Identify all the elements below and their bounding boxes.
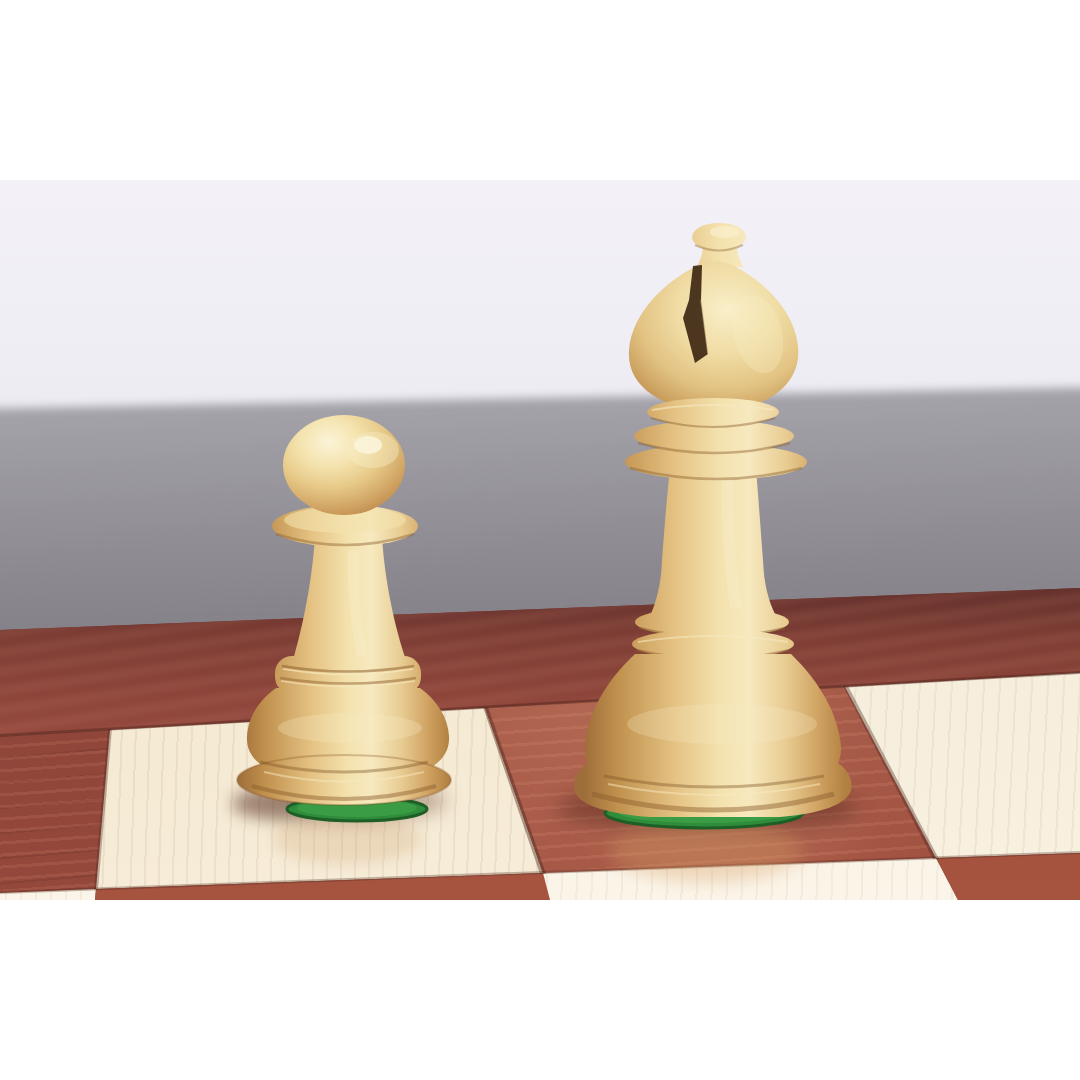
white-pawn-drawing [230, 410, 456, 824]
white-margin-top [0, 0, 1080, 180]
photo [0, 180, 1080, 900]
white-bishop[interactable] [562, 216, 862, 836]
product-photo-canvas [0, 0, 1080, 1080]
white-bishop-drawing [562, 216, 862, 836]
white-margin-bottom [0, 900, 1080, 1080]
white-pawn[interactable] [230, 410, 456, 824]
